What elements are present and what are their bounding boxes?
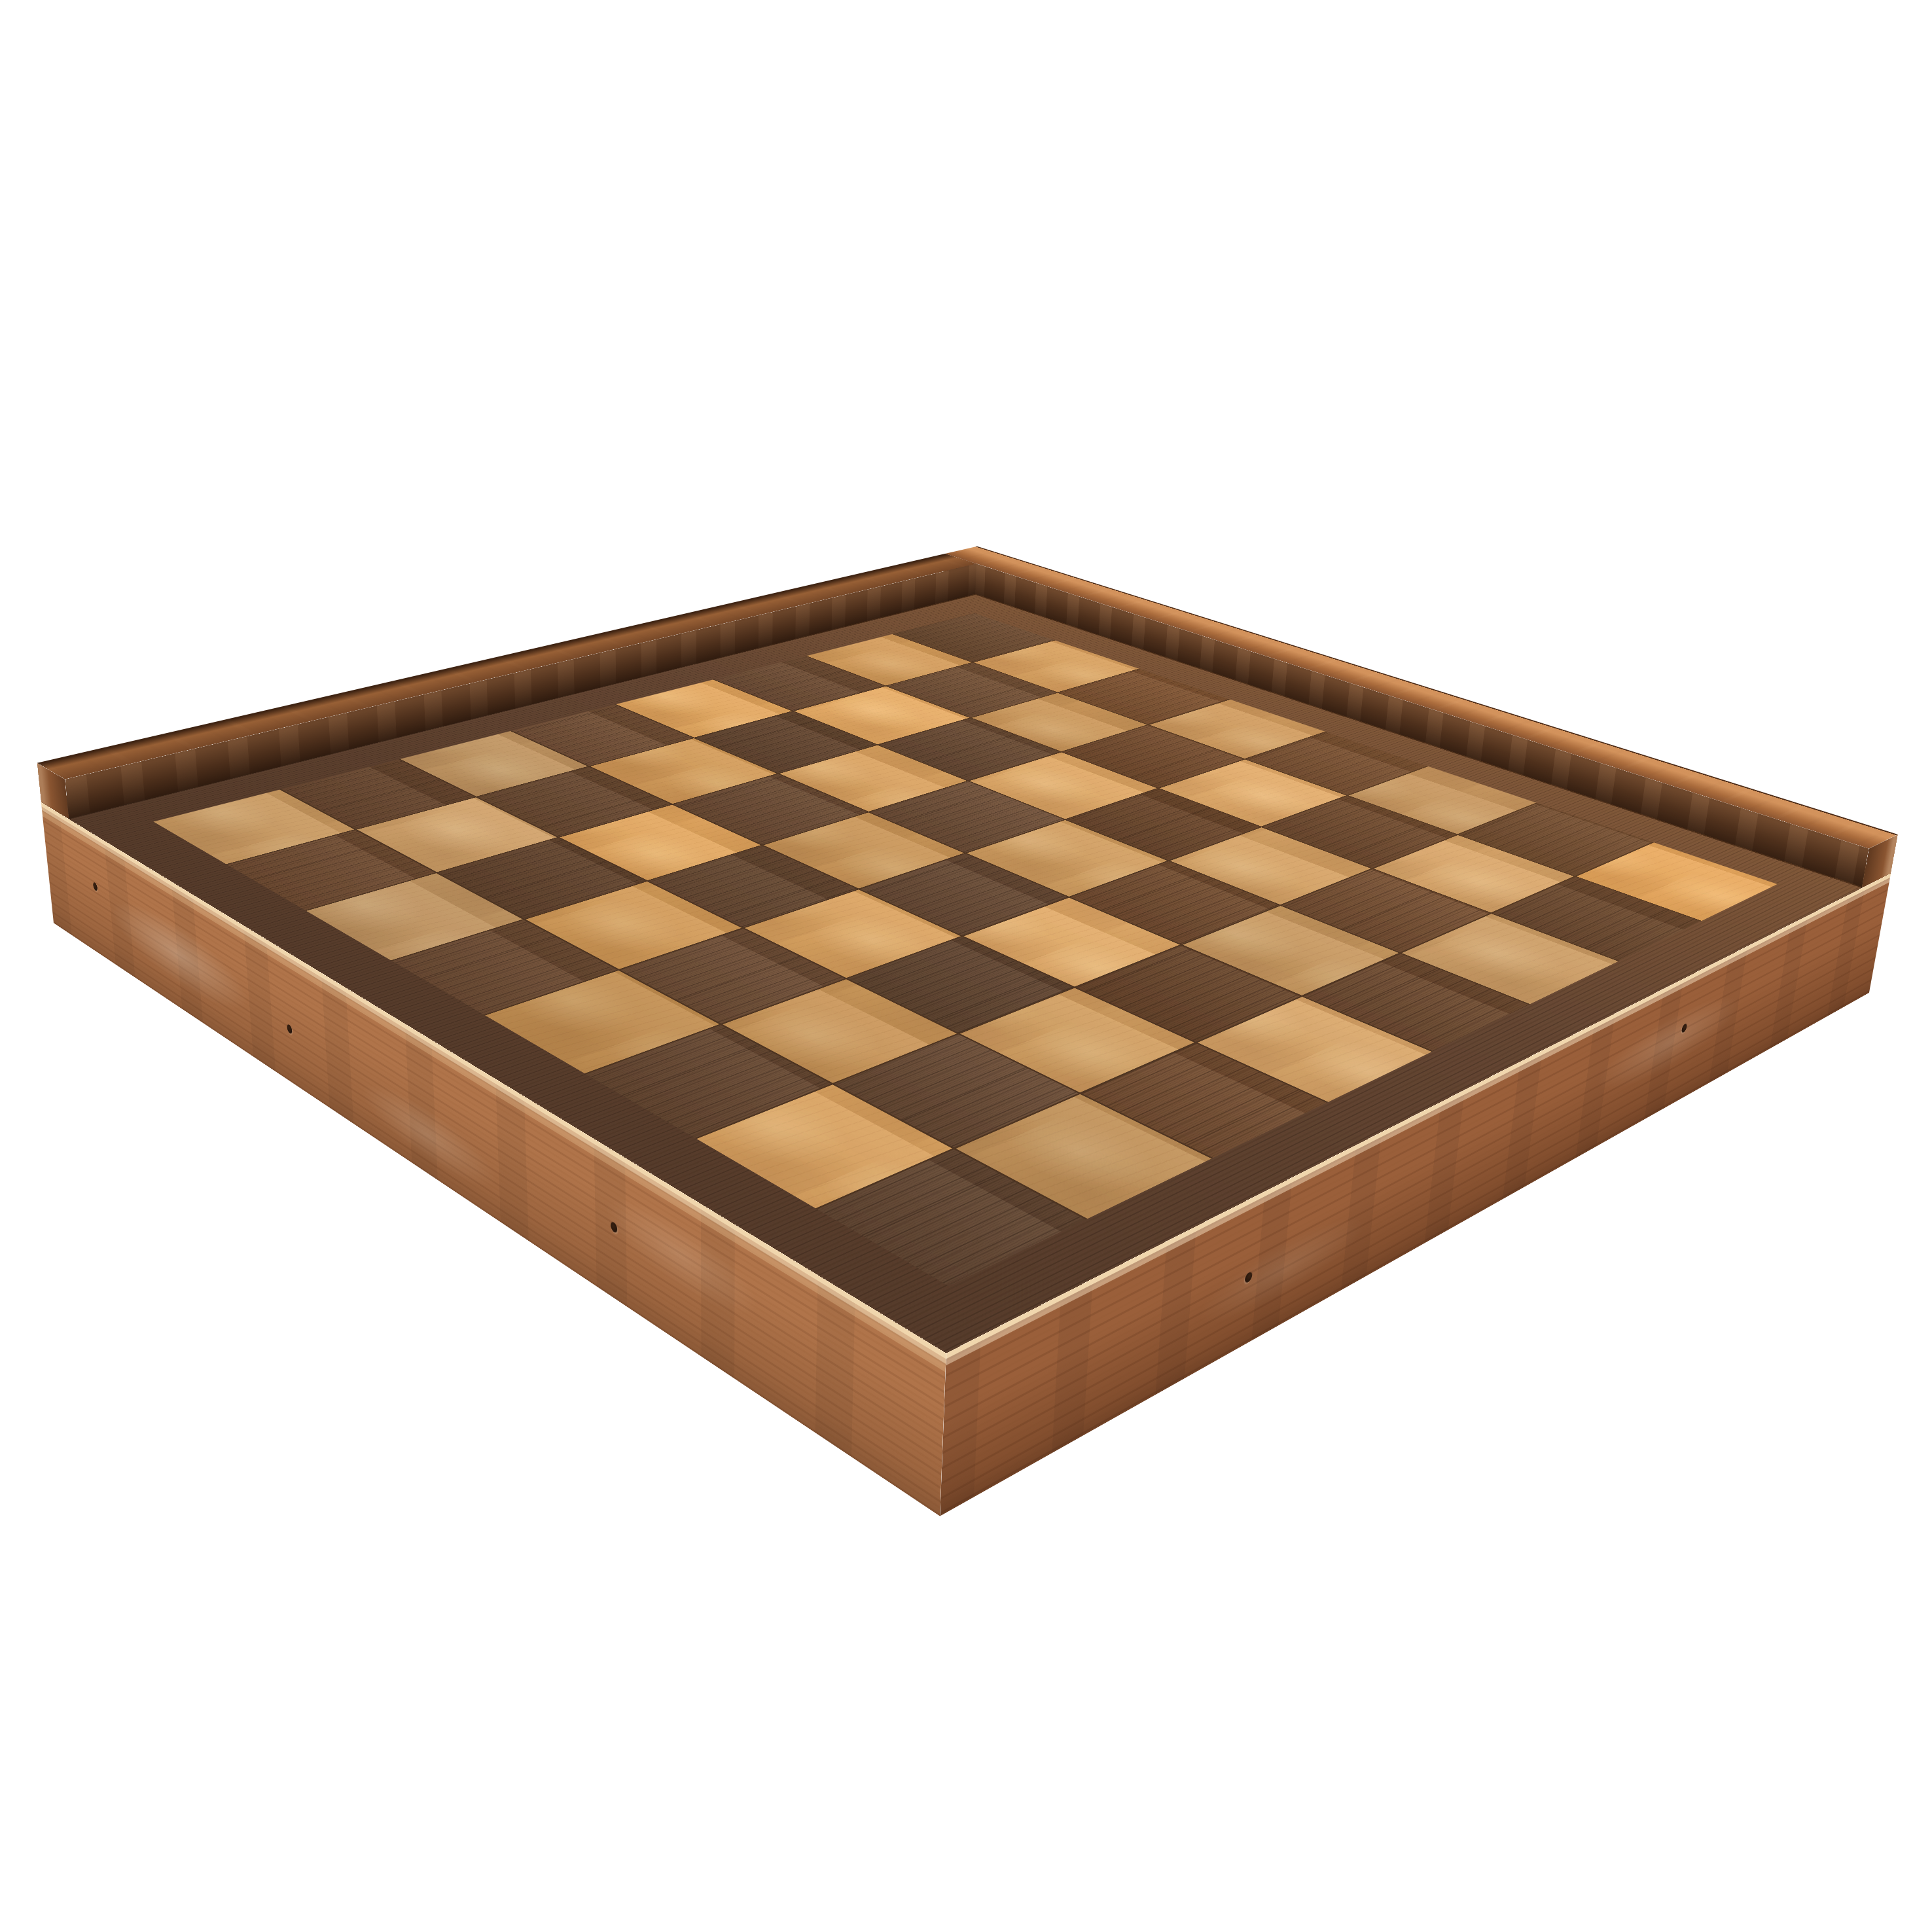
chessboard-3d — [41, 577, 1891, 1353]
board-top-surface — [41, 577, 1891, 1353]
page-background: { "game": "chess / draughts — antique wo… — [0, 0, 1932, 1932]
nail-hole — [93, 882, 98, 892]
nail-hole — [1245, 1270, 1253, 1284]
chessboard-scene — [0, 0, 1932, 1932]
nail-hole — [611, 1221, 617, 1234]
nail-hole — [1681, 1023, 1688, 1034]
nail-hole — [287, 1023, 293, 1035]
